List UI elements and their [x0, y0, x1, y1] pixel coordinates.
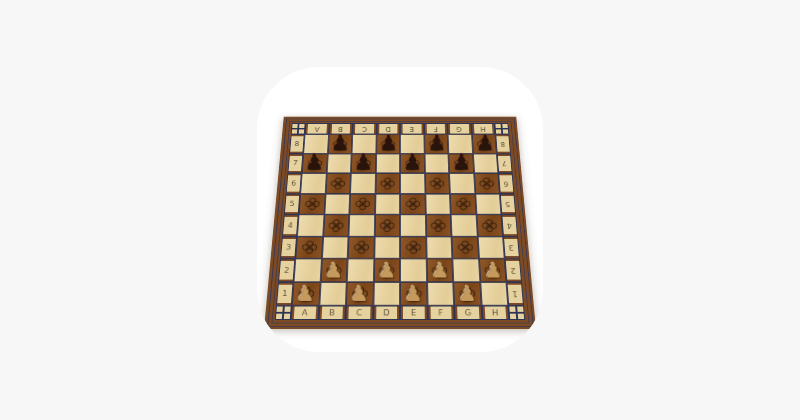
- file-label-bottom-f: F: [427, 306, 455, 320]
- square-e2[interactable]: [400, 259, 427, 282]
- rank-label-left-4: 4: [282, 215, 299, 237]
- square-a2[interactable]: [294, 259, 322, 282]
- rank-label-left-3: 3: [280, 236, 297, 258]
- light-piece-e1[interactable]: ♟: [401, 284, 426, 305]
- dark-piece-a7[interactable]: ♟: [303, 151, 326, 172]
- square-c7[interactable]: ♟: [351, 153, 376, 173]
- board-corner: [495, 123, 510, 134]
- rank-label-right-4: 4: [501, 215, 518, 237]
- square-e3[interactable]: [400, 236, 426, 258]
- square-b3[interactable]: [321, 236, 348, 258]
- square-h1[interactable]: [480, 282, 508, 306]
- quatrefoil-ornament: [404, 240, 421, 255]
- square-e7[interactable]: ♟: [400, 153, 425, 173]
- light-piece-c1[interactable]: ♟: [347, 284, 372, 305]
- square-g6[interactable]: [449, 173, 475, 193]
- file-label-bottom-e: E: [400, 306, 427, 320]
- rank-label-right-1: 1: [506, 282, 524, 306]
- square-b8[interactable]: ♟: [327, 134, 352, 153]
- square-e4[interactable]: [400, 215, 426, 237]
- dark-piece-b8[interactable]: ♟: [328, 132, 350, 153]
- rank-label-right-6: 6: [498, 173, 514, 193]
- square-c3[interactable]: [348, 236, 375, 258]
- square-f2[interactable]: ♟: [426, 259, 453, 282]
- square-h6[interactable]: [474, 173, 500, 193]
- file-label-top-e: E: [400, 123, 424, 134]
- quatrefoil-ornament: [354, 197, 371, 211]
- square-a4[interactable]: [297, 215, 324, 237]
- file-label-bottom-a: A: [291, 306, 319, 320]
- square-h5[interactable]: [475, 193, 502, 214]
- square-d7[interactable]: [375, 153, 400, 173]
- square-a5[interactable]: [299, 193, 326, 214]
- square-d6[interactable]: [375, 173, 400, 193]
- rank-label-left-5: 5: [284, 193, 300, 214]
- square-c2[interactable]: [347, 259, 374, 282]
- rank-label-left-1: 1: [276, 282, 294, 306]
- light-piece-d2[interactable]: ♟: [374, 261, 399, 281]
- rank-label-left-2: 2: [278, 259, 295, 282]
- square-a6[interactable]: [300, 173, 326, 193]
- board-corner: [275, 306, 292, 320]
- rank-label-right-8: 8: [495, 134, 511, 153]
- square-g5[interactable]: [450, 193, 476, 214]
- square-a1[interactable]: ♟: [292, 282, 320, 306]
- quatrefoil-ornament: [329, 176, 346, 190]
- dark-piece-c7[interactable]: ♟: [352, 151, 375, 172]
- square-d1[interactable]: [373, 282, 400, 306]
- file-label-top-g: G: [447, 123, 471, 134]
- light-piece-f2[interactable]: ♟: [428, 261, 453, 281]
- chess-board: ABCDEFGH8♟♟♟♟87♟♟♟♟7665544332♟♟♟♟21♟♟♟♟1…: [264, 117, 536, 329]
- quatrefoil-ornament: [429, 176, 446, 190]
- square-c1[interactable]: ♟: [346, 282, 374, 306]
- square-d2[interactable]: ♟: [373, 259, 400, 282]
- quatrefoil-ornament: [300, 240, 318, 255]
- square-b5[interactable]: [324, 193, 350, 214]
- rank-label-right-7: 7: [497, 153, 513, 173]
- quatrefoil-ornament: [454, 197, 471, 211]
- square-f5[interactable]: [425, 193, 451, 214]
- square-g4[interactable]: [451, 215, 478, 237]
- square-d3[interactable]: [374, 236, 400, 258]
- quatrefoil-ornament: [478, 176, 495, 190]
- rank-label-left-7: 7: [287, 153, 303, 173]
- board-corner: [508, 306, 525, 320]
- square-g2[interactable]: [452, 259, 479, 282]
- square-c6[interactable]: [350, 173, 375, 193]
- square-h3[interactable]: [477, 236, 504, 258]
- square-b7[interactable]: [326, 153, 351, 173]
- square-c4[interactable]: [348, 215, 374, 237]
- square-f6[interactable]: [425, 173, 450, 193]
- square-c5[interactable]: [349, 193, 375, 214]
- square-f3[interactable]: [426, 236, 453, 258]
- file-label-top-a: A: [305, 123, 329, 134]
- file-label-bottom-c: C: [345, 306, 373, 320]
- quatrefoil-ornament: [456, 240, 474, 255]
- square-d5[interactable]: [375, 193, 400, 214]
- board-grid: ABCDEFGH8♟♟♟♟87♟♟♟♟7665544332♟♟♟♟21♟♟♟♟1…: [275, 123, 525, 320]
- dark-piece-g7[interactable]: ♟: [450, 151, 473, 172]
- dark-piece-d8[interactable]: ♟: [377, 132, 399, 153]
- square-e5[interactable]: [400, 193, 425, 214]
- quatrefoil-ornament: [480, 218, 498, 232]
- light-piece-g1[interactable]: ♟: [455, 284, 480, 305]
- square-b2[interactable]: ♟: [320, 259, 347, 282]
- light-piece-a1[interactable]: ♟: [293, 284, 318, 305]
- square-b4[interactable]: [323, 215, 350, 237]
- square-f8[interactable]: ♟: [424, 134, 449, 153]
- square-h7[interactable]: [473, 153, 499, 173]
- quatrefoil-ornament: [327, 218, 345, 232]
- square-g1[interactable]: ♟: [453, 282, 481, 306]
- rank-label-right-2: 2: [505, 259, 522, 282]
- file-label-top-c: C: [352, 123, 376, 134]
- square-b6[interactable]: [325, 173, 351, 193]
- board-corner: [291, 123, 306, 134]
- square-a3[interactable]: [295, 236, 322, 258]
- square-d8[interactable]: ♟: [376, 134, 400, 153]
- light-piece-h2[interactable]: ♟: [481, 261, 506, 281]
- rank-label-right-3: 3: [503, 236, 520, 258]
- quatrefoil-ornament: [430, 218, 447, 232]
- quatrefoil-ornament: [303, 197, 321, 211]
- file-label-bottom-b: B: [318, 306, 346, 320]
- square-e1[interactable]: ♟: [400, 282, 427, 306]
- dark-piece-h8[interactable]: ♟: [473, 132, 495, 153]
- square-b1[interactable]: [319, 282, 347, 306]
- file-label-bottom-d: D: [373, 306, 400, 320]
- square-h2[interactable]: ♟: [479, 259, 507, 282]
- square-g3[interactable]: [452, 236, 479, 258]
- rank-label-right-5: 5: [500, 193, 516, 214]
- square-h4[interactable]: [476, 215, 503, 237]
- quatrefoil-ornament: [379, 218, 396, 232]
- dark-piece-e7[interactable]: ♟: [401, 151, 424, 172]
- square-a7[interactable]: ♟: [302, 153, 328, 173]
- rank-label-left-6: 6: [286, 173, 302, 193]
- square-g7[interactable]: ♟: [448, 153, 473, 173]
- square-h8[interactable]: ♟: [471, 134, 496, 153]
- dark-piece-f8[interactable]: ♟: [425, 132, 447, 153]
- square-d4[interactable]: [374, 215, 400, 237]
- square-f7[interactable]: [424, 153, 449, 173]
- square-f1[interactable]: [427, 282, 455, 306]
- file-label-bottom-g: G: [454, 306, 482, 320]
- quatrefoil-ornament: [404, 197, 421, 211]
- square-f4[interactable]: [425, 215, 451, 237]
- square-e6[interactable]: [400, 173, 425, 193]
- quatrefoil-ornament: [352, 240, 370, 255]
- file-label-bottom-h: H: [481, 306, 509, 320]
- light-piece-b2[interactable]: ♟: [321, 261, 346, 281]
- app-icon[interactable]: ABCDEFGH8♟♟♟♟87♟♟♟♟7665544332♟♟♟♟21♟♟♟♟1…: [257, 67, 543, 352]
- quatrefoil-ornament: [379, 176, 396, 190]
